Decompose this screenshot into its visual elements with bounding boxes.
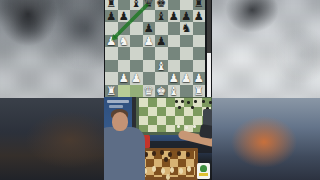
square-d4[interactable]: [143, 47, 156, 60]
piece-white-knight: ♞: [119, 35, 129, 48]
square-b2[interactable]: ♟: [118, 72, 131, 85]
eval-bar: [207, 0, 211, 97]
piece-white-pawn: ♟: [144, 35, 154, 48]
square-g2[interactable]: ♟: [180, 72, 193, 85]
square-c4[interactable]: [130, 47, 143, 60]
square-f5[interactable]: [168, 35, 181, 48]
blurred-right-margin: [212, 0, 320, 180]
square-e1[interactable]: ♚: [155, 85, 168, 98]
square-h1[interactable]: ♜: [193, 85, 206, 98]
piece-white-bishop: ♝: [169, 85, 179, 98]
piece-white-bishop: ♝: [156, 60, 166, 73]
piece-white-rook: ♜: [106, 85, 116, 98]
blurred-left-margin: [0, 0, 104, 180]
piece-white-rook: ♜: [194, 85, 204, 98]
eval-bar-white-section: [207, 53, 211, 97]
player-head: [112, 112, 128, 131]
event-badge-emblem: [200, 165, 207, 172]
video-frame: ♜♝♛♚♜♟♟♝♟♟♟♟♞♟♞♟♟♝♟♟♟♟♟♜♛♚♝♜: [0, 0, 320, 180]
square-b6[interactable]: [118, 22, 131, 35]
square-b4[interactable]: [118, 47, 131, 60]
square-a6[interactable]: [105, 22, 118, 35]
square-f4[interactable]: [168, 47, 181, 60]
square-e7[interactable]: ♝: [155, 10, 168, 23]
event-badge: [197, 163, 210, 179]
broadcast-white-pieces: [177, 125, 180, 128]
square-a3[interactable]: [105, 60, 118, 73]
piece-black-pawn: ♟: [119, 10, 129, 23]
blurred-photo-backdrop-right: [212, 98, 320, 180]
event-badge-banner: [199, 173, 208, 176]
piece-black-bishop: ♝: [156, 10, 166, 23]
square-a4[interactable]: [105, 47, 118, 60]
square-h6[interactable]: [193, 22, 206, 35]
square-h4[interactable]: [193, 47, 206, 60]
piece-white-pawn: ♟: [131, 72, 141, 85]
square-d5[interactable]: ♟: [143, 35, 156, 48]
piece-white-queen: ♛: [144, 85, 154, 98]
square-e4[interactable]: [155, 47, 168, 60]
square-g1[interactable]: [180, 85, 193, 98]
piece-black-knight: ♞: [181, 22, 191, 35]
square-h7[interactable]: ♟: [193, 10, 206, 23]
player-torso: [104, 127, 145, 180]
square-f2[interactable]: ♟: [168, 72, 181, 85]
live-game-photo: [104, 97, 212, 180]
blurred-board-backdrop-left: [0, 0, 104, 98]
chess-board-wrap: ♜♝♛♚♜♟♟♝♟♟♟♟♞♟♞♟♟♝♟♟♟♟♟♜♛♚♝♜: [105, 0, 205, 97]
square-h5[interactable]: [193, 35, 206, 48]
piece-black-pawn: ♟: [106, 10, 116, 23]
blurred-photo-backdrop-left: [0, 98, 104, 180]
square-g4[interactable]: [180, 47, 193, 60]
square-a5[interactable]: ♟: [105, 35, 118, 48]
square-c6[interactable]: [130, 22, 143, 35]
chess-board: ♜♝♛♚♜♟♟♝♟♟♟♟♞♟♞♟♟♝♟♟♟♟♟♜♛♚♝♜: [105, 0, 205, 97]
square-f1[interactable]: ♝: [168, 85, 181, 98]
square-e6[interactable]: [155, 22, 168, 35]
square-b1[interactable]: [118, 85, 131, 98]
square-c5[interactable]: [130, 35, 143, 48]
sponsor-wall-logo: [109, 105, 123, 108]
piece-white-pawn: ♟: [119, 72, 129, 85]
square-b5[interactable]: ♞: [118, 35, 131, 48]
square-c1[interactable]: [130, 85, 143, 98]
square-e3[interactable]: ♝: [155, 60, 168, 73]
square-e5[interactable]: ♟: [155, 35, 168, 48]
square-a1[interactable]: ♜: [105, 85, 118, 98]
sponsor-wall-logo: [107, 100, 129, 103]
square-c8[interactable]: ♝: [130, 0, 143, 10]
square-d1[interactable]: ♛: [143, 85, 156, 98]
piece-black-pawn: ♟: [144, 22, 154, 35]
square-d3[interactable]: [143, 60, 156, 73]
square-f7[interactable]: ♟: [168, 10, 181, 23]
square-c7[interactable]: [130, 10, 143, 23]
video-center-column: ♜♝♛♚♜♟♟♝♟♟♟♟♞♟♞♟♟♝♟♟♟♟♟♜♛♚♝♜: [104, 0, 212, 180]
square-g6[interactable]: ♞: [180, 22, 193, 35]
square-a2[interactable]: [105, 72, 118, 85]
square-h2[interactable]: ♟: [193, 72, 206, 85]
piece-white-pawn: ♟: [194, 72, 204, 85]
piece-black-pawn: ♟: [156, 35, 166, 48]
square-d8[interactable]: ♛: [143, 0, 156, 10]
square-d2[interactable]: [143, 72, 156, 85]
opponent-sleeve: [199, 124, 212, 139]
broadcast-black-pieces: [175, 100, 178, 103]
piece-white-pawn: ♟: [181, 72, 191, 85]
piece-white-pawn: ♟: [106, 35, 116, 48]
square-b7[interactable]: ♟: [118, 10, 131, 23]
piece-black-pawn: ♟: [169, 10, 179, 23]
blurred-board-backdrop-right: [212, 0, 320, 98]
square-a7[interactable]: ♟: [105, 10, 118, 23]
square-c2[interactable]: ♟: [130, 72, 143, 85]
square-d6[interactable]: ♟: [143, 22, 156, 35]
piece-white-king: ♚: [156, 85, 166, 98]
piece-white-pawn: ♟: [169, 72, 179, 85]
square-g5[interactable]: [180, 35, 193, 48]
piece-black-pawn: ♟: [194, 10, 204, 23]
piece-black-bishop: ♝: [131, 0, 141, 10]
square-f6[interactable]: [168, 22, 181, 35]
square-e2[interactable]: [155, 72, 168, 85]
piece-black-queen: ♛: [144, 0, 154, 10]
